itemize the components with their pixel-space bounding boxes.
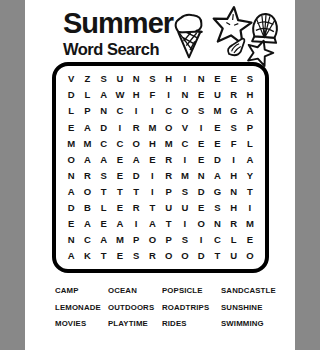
grid-cell[interactable]: R [226,87,242,103]
word-list-item: SUNSHINE [221,303,276,312]
grid-cell[interactable]: I [177,151,193,167]
grid-cell[interactable]: T [112,184,128,200]
grid-cell[interactable]: D [193,248,209,264]
grid-cell[interactable]: L [226,232,242,248]
grid-cell[interactable]: I [177,71,193,87]
grid-cell[interactable]: T [144,200,160,216]
grid-cell[interactable]: M [161,135,177,151]
grid-cell[interactable]: C [112,103,128,119]
grid-cell[interactable]: S [209,200,225,216]
grid-cell[interactable]: E [112,151,128,167]
grid-cell[interactable]: R [226,216,242,232]
grid-cell[interactable]: I [161,87,177,103]
grid-cell[interactable]: M [242,216,258,232]
grid-cell[interactable]: R [128,119,144,135]
grid-cell[interactable]: O [161,119,177,135]
grid-cell[interactable]: T [209,248,225,264]
grid-cell[interactable]: N [193,71,209,87]
grid-cell[interactable]: M [209,103,225,119]
grid-cell[interactable]: E [193,87,209,103]
grid-cell[interactable]: P [128,232,144,248]
grid-cell[interactable]: D [193,184,209,200]
grid-cell[interactable]: T [128,184,144,200]
grid-cell[interactable]: H [128,87,144,103]
word-list-item: RIDES [162,319,221,328]
word-list-item: MOVIES [55,319,108,328]
grid-cell[interactable]: L [79,87,95,103]
grid-cell[interactable]: N [177,87,193,103]
grid-cell[interactable]: A [128,151,144,167]
grid-cell[interactable]: O [128,135,144,151]
grid-cell[interactable]: R [144,248,160,264]
grid-cell[interactable]: C [79,232,95,248]
page-title: Summer [63,9,173,38]
page-subtitle: Word Search [63,40,173,59]
grid-cell[interactable]: H [226,168,242,184]
word-list-item: OCEAN [108,286,162,295]
grid-cell[interactable]: H [144,135,160,151]
grid-cell[interactable]: R [79,168,95,184]
grid-cell[interactable]: E [209,135,225,151]
grid-cell[interactable]: A [79,216,95,232]
word-list-item: CAMP [55,286,108,295]
grid-cell[interactable]: E [112,200,128,216]
grid-cell[interactable]: V [63,71,79,87]
grid-cell[interactable]: B [79,200,95,216]
grid-cell[interactable]: S [242,71,258,87]
grid-cell[interactable]: H [226,200,242,216]
grid-cell[interactable]: T [161,216,177,232]
word-list-item: SWIMMING [221,319,276,328]
grid-cell[interactable]: P [79,103,95,119]
grid-cell[interactable]: P [161,232,177,248]
grid-cell[interactable]: E [242,232,258,248]
grid-cell[interactable]: U [112,71,128,87]
grid-cell[interactable]: C [161,103,177,119]
grid-cell[interactable]: S [128,248,144,264]
grid-cell[interactable]: N [226,184,242,200]
grid-cell[interactable]: O [63,151,79,167]
grid-cell[interactable]: I [242,200,258,216]
grid-cell[interactable]: T [242,184,258,200]
grid-cell[interactable]: D [63,87,79,103]
grid-cell[interactable]: D [209,151,225,167]
grid-cell[interactable]: L [96,200,112,216]
grid-cell[interactable]: S [96,71,112,87]
grid-cell[interactable]: N [63,232,79,248]
grid-cell[interactable]: E [209,119,225,135]
grid-cell[interactable]: E [193,135,209,151]
grid-cell[interactable]: I [112,119,128,135]
grid-cell[interactable]: C [96,135,112,151]
grid-cell[interactable]: A [96,232,112,248]
grid-cell[interactable]: I [144,184,160,200]
word-list-item: POPSICLE [162,286,221,295]
grid-cell[interactable]: H [242,87,258,103]
grid-cell[interactable]: M [63,135,79,151]
grid-cell[interactable]: I [144,103,160,119]
grid-cell[interactable]: W [112,87,128,103]
grid-cell[interactable]: G [226,103,242,119]
grid-cell[interactable]: A [144,216,160,232]
grid-cell[interactable]: N [193,168,209,184]
grid-cell[interactable]: A [242,103,258,119]
grid-cell[interactable]: E [226,71,242,87]
grid-cell[interactable]: O [144,232,160,248]
grid-cell[interactable]: I [193,119,209,135]
grid-cell[interactable]: N [63,168,79,184]
grid-cell[interactable]: E [112,168,128,184]
grid-cell[interactable]: R [128,200,144,216]
grid-cell[interactable]: O [79,184,95,200]
grid-cell[interactable]: D [128,168,144,184]
grid-cell[interactable]: Z [79,71,95,87]
grid-cell[interactable]: H [161,71,177,87]
grid-cell[interactable]: A [79,119,95,135]
grid-cell[interactable]: I [177,216,193,232]
grid-cell[interactable]: T [96,248,112,264]
grid-cell[interactable]: C [112,135,128,151]
word-list-item: SANDCASTLE [221,286,276,295]
grid-cell[interactable]: G [209,184,225,200]
grid-cell[interactable]: U [209,87,225,103]
ice-cream-icon [167,9,213,62]
grid-cell[interactable]: U [226,248,242,264]
header: Summer Word Search [63,9,173,59]
grid-cell[interactable]: F [226,135,242,151]
grid-cell[interactable]: D [96,119,112,135]
word-list-item: PLAYTIME [108,319,162,328]
grid-cell[interactable]: C [177,135,193,151]
grid-cell[interactable]: S [177,184,193,200]
grid-cell[interactable]: M [79,135,95,151]
grid-cell[interactable]: O [193,216,209,232]
grid-cell[interactable]: V [177,119,193,135]
grid-cell[interactable]: D [63,200,79,216]
grid-cell[interactable]: U [161,200,177,216]
grid-cell[interactable]: L [63,103,79,119]
grid-cell[interactable]: R [161,151,177,167]
word-list-item: LEMONADE [55,303,108,312]
grid-cell[interactable]: P [242,119,258,135]
grid-cell[interactable]: I [128,216,144,232]
grid-cell[interactable]: Y [242,168,258,184]
grid-cell[interactable]: M [177,168,193,184]
grid-cell[interactable]: U [177,200,193,216]
grid-cell[interactable]: E [144,151,160,167]
grid-cell[interactable]: T [96,184,112,200]
grid-cell[interactable]: M [112,232,128,248]
grid-cell[interactable]: N [128,71,144,87]
word-search-board: VZSUNSHINEESDLAWHFINEURHLPNCIICOSMGAEADI… [52,62,269,273]
grid-cell[interactable]: C [209,232,225,248]
grid-cell[interactable]: A [63,248,79,264]
word-list: CAMPOCEANPOPSICLESANDCASTLELEMONADEOUTDO… [55,286,267,328]
grid-cell[interactable]: E [63,119,79,135]
grid-cell[interactable]: S [96,168,112,184]
grid-cell[interactable]: A [96,87,112,103]
grid-cell[interactable]: A [96,151,112,167]
grid-cell[interactable]: N [96,103,112,119]
grid-cell[interactable]: P [161,184,177,200]
worksheet-page: Summer Word Search [25,0,295,350]
grid-cell[interactable]: S [226,119,242,135]
grid-cell[interactable]: S [177,232,193,248]
grid-cell[interactable]: E [193,151,209,167]
grid-cell[interactable]: E [193,200,209,216]
grid-cell[interactable]: A [63,184,79,200]
header-icons [168,6,284,60]
letter-grid: VZSUNSHINEESDLAWHFINEURHLPNCIICOSMGAEADI… [56,66,265,269]
grid-cell[interactable]: R [161,168,177,184]
grid-cell[interactable]: A [242,151,258,167]
word-list-item: ROADTRIPS [162,303,221,312]
word-list-item: OUTDOORS [108,303,162,312]
grid-cell[interactable]: E [209,71,225,87]
grid-cell[interactable]: O [161,248,177,264]
grid-cell[interactable]: I [226,151,242,167]
grid-cell[interactable]: M [144,119,160,135]
grid-cell[interactable]: L [242,135,258,151]
grid-cell[interactable]: I [144,168,160,184]
grid-cell[interactable]: E [63,216,79,232]
grid-cell[interactable]: N [209,216,225,232]
grid-cell[interactable]: I [193,232,209,248]
grid-cell[interactable]: A [79,151,95,167]
grid-cell[interactable]: E [96,216,112,232]
grid-cell[interactable]: S [193,103,209,119]
grid-cell[interactable]: S [144,71,160,87]
grid-cell[interactable]: A [209,168,225,184]
grid-cell[interactable]: A [112,216,128,232]
grid-cell[interactable]: K [79,248,95,264]
grid-cell[interactable]: I [128,103,144,119]
grid-cell[interactable]: E [112,248,128,264]
grid-cell[interactable]: O [177,103,193,119]
grid-cell[interactable]: O [177,248,193,264]
grid-cell[interactable]: O [242,248,258,264]
grid-cell[interactable]: F [144,87,160,103]
